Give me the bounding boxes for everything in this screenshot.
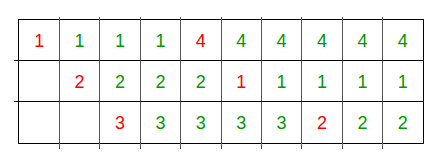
grid-line-vertical — [59, 17, 60, 149]
grid-cell: 1 — [140, 20, 180, 61]
grid-cell: 1 — [383, 61, 423, 102]
grid-cell: 1 — [302, 61, 342, 102]
grid-line-vertical — [342, 17, 343, 149]
grid-cell: 3 — [221, 102, 261, 143]
grid-cell: 1 — [261, 61, 301, 102]
grid-cell: 1 — [59, 20, 99, 61]
grid-cell — [19, 102, 59, 143]
grid-cell: 4 — [221, 20, 261, 61]
grid-cell: 2 — [59, 61, 99, 102]
grid-line-horizontal — [14, 101, 423, 102]
number-grid-board: 111144444422221111133333222 — [18, 19, 424, 144]
grid-cell: 2 — [181, 61, 221, 102]
grid-cell: 1 — [342, 61, 382, 102]
grid-cell: 4 — [181, 20, 221, 61]
grid-cell: 2 — [100, 61, 140, 102]
grid-cell — [19, 61, 59, 102]
grid-cell: 1 — [100, 20, 140, 61]
grid-cell: 1 — [221, 61, 261, 102]
grid-cell: 1 — [19, 20, 59, 61]
grid-line-vertical — [140, 17, 141, 149]
grid-line-vertical — [261, 17, 262, 149]
grid-cell: 4 — [261, 20, 301, 61]
grid-cell: 3 — [181, 102, 221, 143]
grid-cell: 2 — [140, 61, 180, 102]
grid-cell: 3 — [100, 102, 140, 143]
grid-cell: 4 — [383, 20, 423, 61]
grid-cell: 2 — [342, 102, 382, 143]
grid-cell: 3 — [261, 102, 301, 143]
grid-line-vertical — [99, 17, 100, 149]
grid-cell: 2 — [302, 102, 342, 143]
grid-line-vertical — [221, 17, 222, 149]
grid-line-horizontal — [14, 60, 423, 61]
grid-cell: 2 — [383, 102, 423, 143]
grid-cell: 4 — [302, 20, 342, 61]
grid-cell — [59, 102, 99, 143]
grid-cell: 3 — [140, 102, 180, 143]
grid-line-vertical — [382, 17, 383, 149]
grid-line-vertical — [301, 17, 302, 149]
grid-cell: 4 — [342, 20, 382, 61]
grid-line-vertical — [180, 17, 181, 149]
